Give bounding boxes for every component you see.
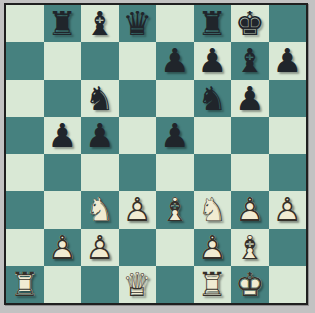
black-bishop-icon: ♝ [231,42,269,79]
square-g6[interactable]: ♟ [231,80,269,117]
piece-black-pawn: ♟ [81,117,119,154]
square-h1[interactable] [269,266,307,303]
white-pawn-outline-icon: ♙ [269,191,307,228]
square-d1[interactable]: ♛♕ [119,266,157,303]
square-a7[interactable] [6,42,44,79]
square-e3[interactable]: ♝♗ [156,191,194,228]
square-b7[interactable] [44,42,82,79]
square-f6[interactable]: ♞ [194,80,232,117]
square-h4[interactable] [269,154,307,191]
piece-white-king: ♚♔ [231,266,269,303]
square-a2[interactable] [6,229,44,266]
square-f7[interactable]: ♟ [194,42,232,79]
square-h6[interactable] [269,80,307,117]
black-king-icon: ♚ [231,5,269,42]
white-knight-outline-icon: ♘ [81,191,119,228]
square-b1[interactable] [44,266,82,303]
square-a1[interactable]: ♜♖ [6,266,44,303]
white-rook-outline-icon: ♖ [194,266,232,303]
piece-white-rook: ♜♖ [194,266,232,303]
square-d7[interactable] [119,42,157,79]
square-d6[interactable] [119,80,157,117]
square-g2[interactable]: ♝♗ [231,229,269,266]
piece-white-bishop: ♝♗ [156,191,194,228]
white-pawn-icon: ♟ [231,191,269,228]
piece-white-rook: ♜♖ [6,266,44,303]
piece-white-knight: ♞♘ [194,191,232,228]
square-g7[interactable]: ♝ [231,42,269,79]
square-g3[interactable]: ♟♙ [231,191,269,228]
square-g8[interactable]: ♚ [231,5,269,42]
black-pawn-icon: ♟ [231,80,269,117]
white-pawn-outline-icon: ♙ [231,191,269,228]
white-knight-icon: ♞ [194,191,232,228]
piece-black-rook: ♜ [44,5,82,42]
piece-black-rook: ♜ [194,5,232,42]
square-a4[interactable] [6,154,44,191]
white-rook-outline-icon: ♖ [6,266,44,303]
square-c3[interactable]: ♞♘ [81,191,119,228]
black-bishop-icon: ♝ [81,5,119,42]
white-bishop-icon: ♝ [156,191,194,228]
white-bishop-icon: ♝ [231,229,269,266]
piece-white-pawn: ♟♙ [194,229,232,266]
square-c1[interactable] [81,266,119,303]
square-c4[interactable] [81,154,119,191]
black-pawn-icon: ♟ [81,117,119,154]
piece-white-queen: ♛♕ [119,266,157,303]
square-a3[interactable] [6,191,44,228]
square-d8[interactable]: ♛ [119,5,157,42]
square-a8[interactable] [6,5,44,42]
square-h7[interactable]: ♟ [269,42,307,79]
white-queen-icon: ♛ [119,266,157,303]
square-d4[interactable] [119,154,157,191]
square-g5[interactable] [231,117,269,154]
piece-white-pawn: ♟♙ [119,191,157,228]
black-rook-icon: ♜ [194,5,232,42]
piece-black-bishop: ♝ [81,5,119,42]
chess-board: ♜♝♛♜♚♟♟♝♟♞♞♟♟♟♟♞♘♟♙♝♗♞♘♟♙♟♙♟♙♟♙♟♙♝♗♜♖♛♕♜… [6,5,306,303]
square-c7[interactable] [81,42,119,79]
white-knight-outline-icon: ♘ [194,191,232,228]
square-g1[interactable]: ♚♔ [231,266,269,303]
square-c5[interactable]: ♟ [81,117,119,154]
square-b5[interactable]: ♟ [44,117,82,154]
piece-black-knight: ♞ [194,80,232,117]
white-pawn-icon: ♟ [194,229,232,266]
piece-white-bishop: ♝♗ [231,229,269,266]
square-d2[interactable] [119,229,157,266]
square-g4[interactable] [231,154,269,191]
white-knight-icon: ♞ [81,191,119,228]
square-e7[interactable]: ♟ [156,42,194,79]
black-knight-icon: ♞ [194,80,232,117]
chess-board-frame: ♜♝♛♜♚♟♟♝♟♞♞♟♟♟♟♞♘♟♙♝♗♞♘♟♙♟♙♟♙♟♙♟♙♝♗♜♖♛♕♜… [4,3,308,305]
white-pawn-outline-icon: ♙ [194,229,232,266]
piece-white-pawn: ♟♙ [81,229,119,266]
square-c2[interactable]: ♟♙ [81,229,119,266]
square-d3[interactable]: ♟♙ [119,191,157,228]
white-pawn-icon: ♟ [44,229,82,266]
white-bishop-outline-icon: ♗ [156,191,194,228]
square-c8[interactable]: ♝ [81,5,119,42]
white-pawn-icon: ♟ [269,191,307,228]
piece-black-queen: ♛ [119,5,157,42]
white-bishop-outline-icon: ♗ [231,229,269,266]
square-b2[interactable]: ♟♙ [44,229,82,266]
square-b8[interactable]: ♜ [44,5,82,42]
square-h2[interactable] [269,229,307,266]
white-pawn-icon: ♟ [119,191,157,228]
square-b4[interactable] [44,154,82,191]
piece-black-pawn: ♟ [269,42,307,79]
piece-black-pawn: ♟ [156,117,194,154]
square-f4[interactable] [194,154,232,191]
square-e2[interactable] [156,229,194,266]
white-king-outline-icon: ♔ [231,266,269,303]
piece-black-king: ♚ [231,5,269,42]
square-f3[interactable]: ♞♘ [194,191,232,228]
black-pawn-icon: ♟ [156,42,194,79]
square-a5[interactable] [6,117,44,154]
square-f2[interactable]: ♟♙ [194,229,232,266]
square-e4[interactable] [156,154,194,191]
white-king-icon: ♚ [231,266,269,303]
piece-black-pawn: ♟ [194,42,232,79]
black-pawn-icon: ♟ [269,42,307,79]
black-queen-icon: ♛ [119,5,157,42]
square-f8[interactable]: ♜ [194,5,232,42]
piece-black-pawn: ♟ [156,42,194,79]
black-pawn-icon: ♟ [156,117,194,154]
black-rook-icon: ♜ [44,5,82,42]
square-b6[interactable] [44,80,82,117]
white-pawn-icon: ♟ [81,229,119,266]
square-f1[interactable]: ♜♖ [194,266,232,303]
piece-white-knight: ♞♘ [81,191,119,228]
white-rook-icon: ♜ [194,266,232,303]
piece-white-pawn: ♟♙ [231,191,269,228]
square-a6[interactable] [6,80,44,117]
piece-white-pawn: ♟♙ [44,229,82,266]
white-pawn-outline-icon: ♙ [81,229,119,266]
black-pawn-icon: ♟ [194,42,232,79]
black-knight-icon: ♞ [81,80,119,117]
piece-white-pawn: ♟♙ [269,191,307,228]
square-e6[interactable] [156,80,194,117]
piece-black-knight: ♞ [81,80,119,117]
square-e8[interactable] [156,5,194,42]
square-h8[interactable] [269,5,307,42]
piece-black-pawn: ♟ [231,80,269,117]
square-f5[interactable] [194,117,232,154]
square-e5[interactable]: ♟ [156,117,194,154]
white-queen-outline-icon: ♕ [119,266,157,303]
square-h5[interactable] [269,117,307,154]
square-d5[interactable] [119,117,157,154]
white-rook-icon: ♜ [6,266,44,303]
piece-black-bishop: ♝ [231,42,269,79]
white-pawn-outline-icon: ♙ [44,229,82,266]
white-pawn-outline-icon: ♙ [119,191,157,228]
piece-black-pawn: ♟ [44,117,82,154]
square-e1[interactable] [156,266,194,303]
black-pawn-icon: ♟ [44,117,82,154]
square-c6[interactable]: ♞ [81,80,119,117]
square-b3[interactable] [44,191,82,228]
square-h3[interactable]: ♟♙ [269,191,307,228]
